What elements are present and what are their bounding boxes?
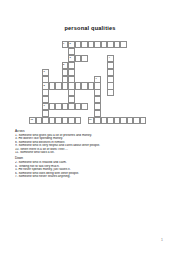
across-clue-11: 11. Someone who talks a lot. — [15, 151, 167, 155]
cell-number-8: 8 — [44, 84, 45, 86]
cell-number-7: 7 — [96, 77, 97, 79]
page-title: personal qualities — [0, 25, 180, 31]
cell-number-5: 5 — [63, 63, 64, 65]
cell-number-4: 4 — [109, 56, 110, 58]
down-clue-7: 7. Someone who never shares anything. — [15, 175, 167, 179]
down-clue-list: 2. Someone who is relaxed and calm.4. Te… — [15, 161, 167, 179]
grid-cell-r9c8[interactable] — [81, 103, 88, 110]
grid-cell-r0c14[interactable] — [120, 41, 127, 48]
worksheet-page: personal qualities 1234567891011 Across … — [0, 0, 180, 256]
page-number: 1 — [161, 239, 163, 242]
grid-cell-r11c7[interactable] — [75, 117, 82, 124]
grid-cell-r7c12[interactable] — [107, 89, 114, 96]
grid-cell-r11c17[interactable] — [140, 117, 147, 124]
grid-cell-r2c8[interactable] — [81, 55, 88, 62]
cell-number-6: 6 — [44, 70, 45, 72]
clue-section: Across 1. Someone who gives you a lot of… — [15, 130, 167, 179]
cell-number-11: 11 — [89, 118, 91, 120]
cell-number-1: 1 — [63, 42, 64, 44]
cell-number-3: 3 — [70, 56, 71, 58]
crossword-grid: 1234567891011 — [29, 41, 146, 130]
cell-number-9: 9 — [44, 104, 45, 106]
across-clue-list: 1. Someone who gives you a lot of presen… — [15, 134, 167, 155]
cell-number-2: 2 — [70, 42, 71, 44]
cell-number-10: 10 — [31, 118, 34, 120]
